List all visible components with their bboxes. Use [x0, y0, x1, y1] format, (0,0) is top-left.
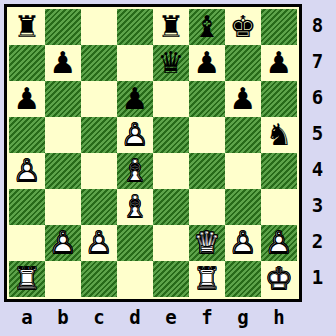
white-pawn-b2[interactable]: ♟♙	[45, 225, 81, 261]
square-f7[interactable]: ♟	[189, 45, 225, 81]
file-label-a: a	[9, 301, 45, 333]
white-pawn-outline: ♙	[261, 225, 297, 261]
white-pawn-c2[interactable]: ♟♙	[81, 225, 117, 261]
square-f5[interactable]	[189, 117, 225, 153]
file-label-d: d	[117, 301, 153, 333]
square-b5[interactable]	[45, 117, 81, 153]
square-g3[interactable]	[225, 189, 261, 225]
square-h8[interactable]	[261, 9, 297, 45]
square-e1[interactable]	[153, 261, 189, 297]
square-g5[interactable]	[225, 117, 261, 153]
white-king-outline: ♔	[261, 261, 297, 297]
square-d7[interactable]	[117, 45, 153, 81]
square-f3[interactable]	[189, 189, 225, 225]
file-coordinate-labels: abcdefgh	[9, 301, 297, 333]
square-d5[interactable]: ♟♙	[117, 117, 153, 153]
square-b2[interactable]: ♟♙	[45, 225, 81, 261]
square-a2[interactable]	[9, 225, 45, 261]
black-queen-glyph: ♛	[153, 45, 189, 81]
square-a5[interactable]	[9, 117, 45, 153]
black-pawn-h7[interactable]: ♟	[261, 45, 297, 81]
white-rook-outline: ♖	[9, 261, 45, 297]
white-pawn-outline: ♙	[225, 225, 261, 261]
square-h5[interactable]: ♞	[261, 117, 297, 153]
white-king-h1[interactable]: ♚♔	[261, 261, 297, 297]
rank-label-2: 2	[301, 223, 334, 259]
file-label-g: g	[225, 301, 261, 333]
square-a6[interactable]: ♟	[9, 81, 45, 117]
square-c4[interactable]	[81, 153, 117, 189]
black-pawn-f7[interactable]: ♟	[189, 45, 225, 81]
square-d1[interactable]	[117, 261, 153, 297]
white-bishop-outline: ♗	[117, 189, 153, 225]
chess-board-frame: ♜♜♝♚♟♛♟♟♟♟♟♟♙♞♟♙♝♗♝♗♟♙♟♙♛♕♟♙♟♙♜♖♜♖♚♔	[4, 4, 302, 302]
square-f4[interactable]	[189, 153, 225, 189]
square-g8[interactable]: ♚	[225, 9, 261, 45]
black-knight-glyph: ♞	[261, 117, 297, 153]
square-g7[interactable]	[225, 45, 261, 81]
square-e8[interactable]: ♜	[153, 9, 189, 45]
black-pawn-glyph: ♟	[225, 81, 261, 117]
square-d3[interactable]: ♝♗	[117, 189, 153, 225]
square-b4[interactable]	[45, 153, 81, 189]
square-c2[interactable]: ♟♙	[81, 225, 117, 261]
black-pawn-glyph: ♟	[189, 45, 225, 81]
rank-label-4: 4	[301, 151, 334, 187]
black-pawn-glyph: ♟	[45, 45, 81, 81]
square-b7[interactable]: ♟	[45, 45, 81, 81]
square-h6[interactable]	[261, 81, 297, 117]
square-c1[interactable]	[81, 261, 117, 297]
white-pawn-g2[interactable]: ♟♙	[225, 225, 261, 261]
square-c6[interactable]	[81, 81, 117, 117]
black-king-g8[interactable]: ♚	[225, 9, 261, 45]
rank-coordinate-labels: 87654321	[301, 7, 334, 295]
square-b6[interactable]	[45, 81, 81, 117]
square-e7[interactable]: ♛	[153, 45, 189, 81]
chess-board: ♜♜♝♚♟♛♟♟♟♟♟♟♙♞♟♙♝♗♝♗♟♙♟♙♛♕♟♙♟♙♜♖♜♖♚♔	[9, 9, 297, 297]
square-f6[interactable]	[189, 81, 225, 117]
white-pawn-outline: ♙	[45, 225, 81, 261]
rank-label-7: 7	[301, 43, 334, 79]
square-a1[interactable]: ♜♖	[9, 261, 45, 297]
black-pawn-b7[interactable]: ♟	[45, 45, 81, 81]
square-h7[interactable]: ♟	[261, 45, 297, 81]
rank-label-5: 5	[301, 115, 334, 151]
square-b3[interactable]	[45, 189, 81, 225]
square-c7[interactable]	[81, 45, 117, 81]
black-knight-h5[interactable]: ♞	[261, 117, 297, 153]
white-pawn-outline: ♙	[81, 225, 117, 261]
square-d4[interactable]: ♝♗	[117, 153, 153, 189]
file-label-c: c	[81, 301, 117, 333]
square-b1[interactable]	[45, 261, 81, 297]
square-e6[interactable]	[153, 81, 189, 117]
square-g2[interactable]: ♟♙	[225, 225, 261, 261]
square-a8[interactable]: ♜	[9, 9, 45, 45]
white-queen-outline: ♕	[189, 225, 225, 261]
square-e5[interactable]	[153, 117, 189, 153]
square-h2[interactable]: ♟♙	[261, 225, 297, 261]
square-f2[interactable]: ♛♕	[189, 225, 225, 261]
black-pawn-glyph: ♟	[9, 81, 45, 117]
square-e4[interactable]	[153, 153, 189, 189]
white-bishop-outline: ♗	[117, 153, 153, 189]
black-bishop-glyph: ♝	[189, 9, 225, 45]
black-rook-glyph: ♜	[9, 9, 45, 45]
rank-label-8: 8	[301, 7, 334, 43]
black-pawn-d6[interactable]: ♟	[117, 81, 153, 117]
square-a7[interactable]	[9, 45, 45, 81]
white-rook-f1[interactable]: ♜♖	[189, 261, 225, 297]
black-king-glyph: ♚	[225, 9, 261, 45]
white-rook-a1[interactable]: ♜♖	[9, 261, 45, 297]
file-label-e: e	[153, 301, 189, 333]
square-a4[interactable]: ♟♙	[9, 153, 45, 189]
file-label-b: b	[45, 301, 81, 333]
square-d2[interactable]	[117, 225, 153, 261]
rank-label-1: 1	[301, 259, 334, 295]
square-g6[interactable]: ♟	[225, 81, 261, 117]
square-e2[interactable]	[153, 225, 189, 261]
black-pawn-glyph: ♟	[261, 45, 297, 81]
white-pawn-a4[interactable]: ♟♙	[9, 153, 45, 189]
square-c5[interactable]	[81, 117, 117, 153]
square-c8[interactable]	[81, 9, 117, 45]
black-pawn-glyph: ♟	[117, 81, 153, 117]
black-bishop-f8[interactable]: ♝	[189, 9, 225, 45]
square-a3[interactable]	[9, 189, 45, 225]
white-pawn-outline: ♙	[117, 117, 153, 153]
rank-label-6: 6	[301, 79, 334, 115]
square-d8[interactable]	[117, 9, 153, 45]
white-bishop-d3[interactable]: ♝♗	[117, 189, 153, 225]
square-h4[interactable]	[261, 153, 297, 189]
white-pawn-h2[interactable]: ♟♙	[261, 225, 297, 261]
black-rook-a8[interactable]: ♜	[9, 9, 45, 45]
square-h3[interactable]	[261, 189, 297, 225]
black-queen-e7[interactable]: ♛	[153, 45, 189, 81]
white-bishop-d4[interactable]: ♝♗	[117, 153, 153, 189]
white-pawn-outline: ♙	[9, 153, 45, 189]
black-rook-glyph: ♜	[153, 9, 189, 45]
square-g1[interactable]	[225, 261, 261, 297]
square-f8[interactable]: ♝	[189, 9, 225, 45]
black-rook-e8[interactable]: ♜	[153, 9, 189, 45]
square-e3[interactable]	[153, 189, 189, 225]
square-b8[interactable]	[45, 9, 81, 45]
white-rook-outline: ♖	[189, 261, 225, 297]
square-d6[interactable]: ♟	[117, 81, 153, 117]
square-h1[interactable]: ♚♔	[261, 261, 297, 297]
square-g4[interactable]	[225, 153, 261, 189]
file-label-h: h	[261, 301, 297, 333]
rank-label-3: 3	[301, 187, 334, 223]
square-f1[interactable]: ♜♖	[189, 261, 225, 297]
black-pawn-g6[interactable]: ♟	[225, 81, 261, 117]
white-pawn-d5[interactable]: ♟♙	[117, 117, 153, 153]
white-queen-f2[interactable]: ♛♕	[189, 225, 225, 261]
file-label-f: f	[189, 301, 225, 333]
black-pawn-a6[interactable]: ♟	[9, 81, 45, 117]
square-c3[interactable]	[81, 189, 117, 225]
